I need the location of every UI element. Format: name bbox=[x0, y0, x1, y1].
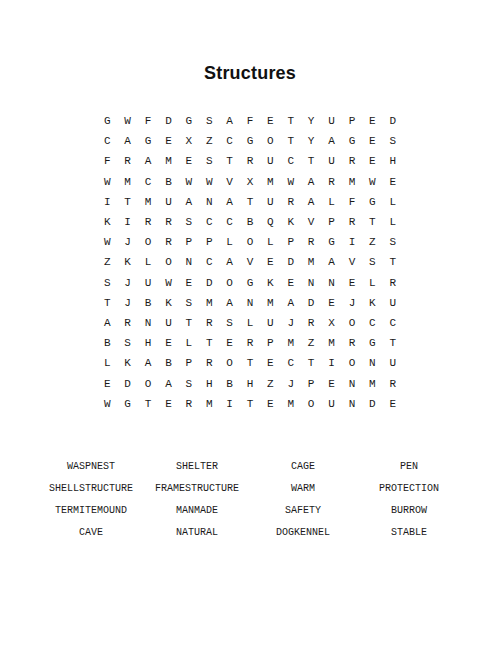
grid-cell-r3c5[interactable]: E bbox=[179, 151, 199, 171]
grid-cell-r6c13[interactable]: R bbox=[342, 212, 362, 232]
grid-cell-r13c1[interactable]: L bbox=[97, 353, 117, 373]
grid-cell-r10c6[interactable]: M bbox=[199, 293, 219, 313]
grid-cell-r11c8[interactable]: L bbox=[240, 313, 260, 333]
grid-cell-r3c2[interactable]: R bbox=[117, 151, 137, 171]
grid-cell-r12c10[interactable]: M bbox=[281, 333, 301, 353]
grid-cell-r9c4[interactable]: W bbox=[158, 273, 178, 293]
grid-cell-r2c3[interactable]: G bbox=[138, 131, 158, 151]
grid-cell-r14c7[interactable]: B bbox=[219, 373, 239, 393]
grid-cell-r11c11[interactable]: R bbox=[301, 313, 321, 333]
grid-cell-r10c8[interactable]: N bbox=[240, 293, 260, 313]
grid-cell-r9c9[interactable]: K bbox=[260, 273, 280, 293]
grid-cell-r8c15[interactable]: T bbox=[383, 252, 403, 272]
grid-cell-r13c6[interactable]: R bbox=[199, 353, 219, 373]
grid-cell-r4c6[interactable]: W bbox=[199, 172, 219, 192]
grid-cell-r15c6[interactable]: M bbox=[199, 394, 219, 414]
grid-cell-r10c12[interactable]: E bbox=[321, 293, 341, 313]
grid-cell-r6c15[interactable]: L bbox=[383, 212, 403, 232]
word-list-item: SHELTER bbox=[144, 456, 250, 478]
grid-cell-r1c13[interactable]: P bbox=[342, 111, 362, 131]
grid-cell-r8c4[interactable]: O bbox=[158, 252, 178, 272]
grid-cell-r13c7[interactable]: O bbox=[219, 353, 239, 373]
grid-cell-r13c14[interactable]: N bbox=[362, 353, 382, 373]
grid-cell-r6c4[interactable]: R bbox=[158, 212, 178, 232]
grid-cell-r8c3[interactable]: L bbox=[138, 252, 158, 272]
grid-cell-r13c11[interactable]: T bbox=[301, 353, 321, 373]
grid-cell-r1c6[interactable]: S bbox=[199, 111, 219, 131]
word-list-item: WARM bbox=[250, 478, 356, 500]
grid-cell-r1c9[interactable]: E bbox=[260, 111, 280, 131]
grid-cell-r10c3[interactable]: B bbox=[138, 293, 158, 313]
grid-cell-r9c13[interactable]: E bbox=[342, 273, 362, 293]
grid-cell-r8c5[interactable]: N bbox=[179, 252, 199, 272]
grid-cell-r12c13[interactable]: R bbox=[342, 333, 362, 353]
grid-cell-r6c10[interactable]: K bbox=[281, 212, 301, 232]
grid-cell-r5c13[interactable]: F bbox=[342, 192, 362, 212]
grid-cell-r15c2[interactable]: G bbox=[117, 394, 137, 414]
grid-cell-r13c13[interactable]: O bbox=[342, 353, 362, 373]
grid-cell-r15c4[interactable]: E bbox=[158, 394, 178, 414]
grid-cell-r6c8[interactable]: B bbox=[240, 212, 260, 232]
grid-cell-r8c11[interactable]: M bbox=[301, 252, 321, 272]
grid-cell-r11c4[interactable]: U bbox=[158, 313, 178, 333]
grid-cell-r12c8[interactable]: R bbox=[240, 333, 260, 353]
word-list: WASPNESTSHELTERCAGEPENSHELLSTRUCTUREFRAM… bbox=[38, 456, 462, 544]
grid-cell-r9c8[interactable]: G bbox=[240, 273, 260, 293]
grid-cell-r6c3[interactable]: R bbox=[138, 212, 158, 232]
grid-cell-r14c6[interactable]: H bbox=[199, 373, 219, 393]
grid-cell-r11c9[interactable]: U bbox=[260, 313, 280, 333]
word-list-item: SHELLSTRUCTURE bbox=[38, 478, 144, 500]
grid-cell-r4c9[interactable]: M bbox=[260, 172, 280, 192]
grid-cell-r10c15[interactable]: U bbox=[383, 293, 403, 313]
grid-cell-r3c11[interactable]: T bbox=[301, 151, 321, 171]
grid-cell-r2c11[interactable]: Y bbox=[301, 131, 321, 151]
grid-cell-r5c11[interactable]: A bbox=[301, 192, 321, 212]
puzzle-title: Structures bbox=[0, 0, 500, 84]
grid-cell-r1c7[interactable]: A bbox=[219, 111, 239, 131]
grid-cell-r7c2[interactable]: J bbox=[117, 232, 137, 252]
grid-cell-r8c1[interactable]: Z bbox=[97, 252, 117, 272]
grid-cell-r14c1[interactable]: E bbox=[97, 373, 117, 393]
grid-cell-r11c5[interactable]: T bbox=[179, 313, 199, 333]
grid-cell-r15c8[interactable]: T bbox=[240, 394, 260, 414]
grid-cell-r6c11[interactable]: V bbox=[301, 212, 321, 232]
grid-cell-r14c4[interactable]: A bbox=[158, 373, 178, 393]
grid-cell-r11c1[interactable]: A bbox=[97, 313, 117, 333]
word-list-item: CAGE bbox=[250, 456, 356, 478]
grid-cell-r14c5[interactable]: S bbox=[179, 373, 199, 393]
grid-cell-r13c8[interactable]: T bbox=[240, 353, 260, 373]
grid-cell-r4c10[interactable]: W bbox=[281, 172, 301, 192]
grid-cell-r12c12[interactable]: M bbox=[321, 333, 341, 353]
grid-cell-r2c15[interactable]: S bbox=[383, 131, 403, 151]
grid-cell-r3c10[interactable]: C bbox=[281, 151, 301, 171]
grid-cell-r13c5[interactable]: P bbox=[179, 353, 199, 373]
grid-cell-r5c9[interactable]: U bbox=[260, 192, 280, 212]
grid-cell-r10c1[interactable]: T bbox=[97, 293, 117, 313]
grid-cell-r2c8[interactable]: G bbox=[240, 131, 260, 151]
grid-cell-r13c10[interactable]: C bbox=[281, 353, 301, 373]
grid-cell-r10c9[interactable]: M bbox=[260, 293, 280, 313]
grid-cell-r5c6[interactable]: N bbox=[199, 192, 219, 212]
grid-cell-r15c13[interactable]: N bbox=[342, 394, 362, 414]
grid-cell-r9c15[interactable]: R bbox=[383, 273, 403, 293]
grid-cell-r10c2[interactable]: J bbox=[117, 293, 137, 313]
grid-cell-r10c13[interactable]: J bbox=[342, 293, 362, 313]
word-list-item: WASPNEST bbox=[38, 456, 144, 478]
grid-cell-r8c9[interactable]: E bbox=[260, 252, 280, 272]
grid-cell-r14c14[interactable]: M bbox=[362, 373, 382, 393]
grid-cell-r3c9[interactable]: U bbox=[260, 151, 280, 171]
grid-cell-r4c11[interactable]: A bbox=[301, 172, 321, 192]
grid-cell-r3c14[interactable]: E bbox=[362, 151, 382, 171]
grid-cell-r8c10[interactable]: D bbox=[281, 252, 301, 272]
grid-cell-r5c15[interactable]: L bbox=[383, 192, 403, 212]
grid-cell-r3c1[interactable]: F bbox=[97, 151, 117, 171]
grid-cell-r11c12[interactable]: X bbox=[321, 313, 341, 333]
grid-cell-r9c14[interactable]: L bbox=[362, 273, 382, 293]
grid-cell-r13c3[interactable]: A bbox=[138, 353, 158, 373]
grid-cell-r15c12[interactable]: U bbox=[321, 394, 341, 414]
grid-cell-r11c3[interactable]: N bbox=[138, 313, 158, 333]
grid-cell-r15c5[interactable]: R bbox=[179, 394, 199, 414]
grid-cell-r3c6[interactable]: S bbox=[199, 151, 219, 171]
grid-cell-r15c15[interactable]: E bbox=[383, 394, 403, 414]
grid-cell-r2c1[interactable]: C bbox=[97, 131, 117, 151]
grid-cell-r14c8[interactable]: H bbox=[240, 373, 260, 393]
grid-cell-r2c12[interactable]: A bbox=[321, 131, 341, 151]
grid-cell-r5c8[interactable]: T bbox=[240, 192, 260, 212]
grid-cell-r4c14[interactable]: W bbox=[362, 172, 382, 192]
grid-cell-r12c9[interactable]: P bbox=[260, 333, 280, 353]
grid-cell-r4c15[interactable]: E bbox=[383, 172, 403, 192]
grid-cell-r14c11[interactable]: P bbox=[301, 373, 321, 393]
grid-cell-r9c2[interactable]: J bbox=[117, 273, 137, 293]
grid-cell-r11c6[interactable]: R bbox=[199, 313, 219, 333]
word-list-item: NATURAL bbox=[144, 522, 250, 544]
grid-cell-r6c7[interactable]: C bbox=[219, 212, 239, 232]
grid-cell-r12c7[interactable]: E bbox=[219, 333, 239, 353]
grid-cell-r4c3[interactable]: C bbox=[138, 172, 158, 192]
grid-cell-r2c7[interactable]: C bbox=[219, 131, 239, 151]
grid-cell-r15c9[interactable]: E bbox=[260, 394, 280, 414]
grid-cell-r1c2[interactable]: W bbox=[117, 111, 137, 131]
grid-cell-r10c10[interactable]: A bbox=[281, 293, 301, 313]
grid-cell-r13c4[interactable]: B bbox=[158, 353, 178, 373]
grid-cell-r7c5[interactable]: P bbox=[179, 232, 199, 252]
grid-cell-r6c14[interactable]: T bbox=[362, 212, 382, 232]
grid-cell-r1c11[interactable]: Y bbox=[301, 111, 321, 131]
grid-cell-r9c3[interactable]: U bbox=[138, 273, 158, 293]
grid-cell-r1c4[interactable]: D bbox=[158, 111, 178, 131]
grid-cell-r6c6[interactable]: C bbox=[199, 212, 219, 232]
grid-cell-r5c2[interactable]: T bbox=[117, 192, 137, 212]
grid-cell-r4c4[interactable]: B bbox=[158, 172, 178, 192]
grid-cell-r1c10[interactable]: T bbox=[281, 111, 301, 131]
grid-cell-r5c3[interactable]: M bbox=[138, 192, 158, 212]
grid-cell-r8c13[interactable]: V bbox=[342, 252, 362, 272]
grid-cell-r8c6[interactable]: C bbox=[199, 252, 219, 272]
grid-cell-r3c4[interactable]: M bbox=[158, 151, 178, 171]
grid-cell-r7c15[interactable]: S bbox=[383, 232, 403, 252]
grid-cell-r1c1[interactable]: G bbox=[97, 111, 117, 131]
grid-cell-r7c3[interactable]: O bbox=[138, 232, 158, 252]
grid-cell-r8c12[interactable]: A bbox=[321, 252, 341, 272]
grid-cell-r12c2[interactable]: S bbox=[117, 333, 137, 353]
grid-cell-r3c3[interactable]: A bbox=[138, 151, 158, 171]
grid-cell-r12c15[interactable]: T bbox=[383, 333, 403, 353]
grid-cell-r7c8[interactable]: O bbox=[240, 232, 260, 252]
grid-cell-r1c8[interactable]: F bbox=[240, 111, 260, 131]
grid-cell-r14c9[interactable]: Z bbox=[260, 373, 280, 393]
grid-cell-r4c1[interactable]: W bbox=[97, 172, 117, 192]
grid-cell-r4c13[interactable]: M bbox=[342, 172, 362, 192]
grid-cell-r10c11[interactable]: D bbox=[301, 293, 321, 313]
grid-cell-r5c7[interactable]: A bbox=[219, 192, 239, 212]
word-list-item: PEN bbox=[356, 456, 462, 478]
grid-cell-r1c14[interactable]: E bbox=[362, 111, 382, 131]
grid-cell-r4c7[interactable]: V bbox=[219, 172, 239, 192]
grid-cell-r9c11[interactable]: N bbox=[301, 273, 321, 293]
grid-cell-r14c10[interactable]: J bbox=[281, 373, 301, 393]
grid-cell-r1c5[interactable]: G bbox=[179, 111, 199, 131]
grid-cell-r5c12[interactable]: L bbox=[321, 192, 341, 212]
grid-cell-r15c3[interactable]: T bbox=[138, 394, 158, 414]
grid-cell-r12c14[interactable]: G bbox=[362, 333, 382, 353]
grid-cell-r9c12[interactable]: N bbox=[321, 273, 341, 293]
grid-cell-r7c12[interactable]: G bbox=[321, 232, 341, 252]
grid-cell-r9c10[interactable]: E bbox=[281, 273, 301, 293]
grid-cell-r1c12[interactable]: U bbox=[321, 111, 341, 131]
grid-cell-r13c12[interactable]: I bbox=[321, 353, 341, 373]
grid-cell-r8c8[interactable]: V bbox=[240, 252, 260, 272]
grid-cell-r5c10[interactable]: R bbox=[281, 192, 301, 212]
grid-cell-r14c13[interactable]: N bbox=[342, 373, 362, 393]
grid-cell-r9c1[interactable]: S bbox=[97, 273, 117, 293]
grid-cell-r13c15[interactable]: U bbox=[383, 353, 403, 373]
grid-cell-r11c2[interactable]: R bbox=[117, 313, 137, 333]
grid-cell-r14c12[interactable]: E bbox=[321, 373, 341, 393]
word-list-item: PROTECTION bbox=[356, 478, 462, 500]
grid-cell-r1c3[interactable]: F bbox=[138, 111, 158, 131]
grid-cell-r13c2[interactable]: K bbox=[117, 353, 137, 373]
grid-cell-r7c10[interactable]: P bbox=[281, 232, 301, 252]
grid-cell-r15c10[interactable]: M bbox=[281, 394, 301, 414]
grid-cell-r11c10[interactable]: J bbox=[281, 313, 301, 333]
grid-cell-r7c7[interactable]: L bbox=[219, 232, 239, 252]
grid-cell-r6c12[interactable]: P bbox=[321, 212, 341, 232]
grid-cell-r9c6[interactable]: D bbox=[199, 273, 219, 293]
word-search-grid: GWFDGSAFETYUPEDCAGEXZCGOTYAGESFRAMESTRUC… bbox=[0, 111, 500, 414]
grid-cell-r9c7[interactable]: O bbox=[219, 273, 239, 293]
grid-cell-r11c14[interactable]: C bbox=[362, 313, 382, 333]
word-list-item: DOGKENNEL bbox=[250, 522, 356, 544]
grid-cell-r7c11[interactable]: R bbox=[301, 232, 321, 252]
word-list-item: BURROW bbox=[356, 500, 462, 522]
grid-cell-r3c13[interactable]: R bbox=[342, 151, 362, 171]
grid-cell-r7c14[interactable]: Z bbox=[362, 232, 382, 252]
grid-cell-r1c15[interactable]: D bbox=[383, 111, 403, 131]
word-list-item: FRAMESTRUCTURE bbox=[144, 478, 250, 500]
grid-cell-r11c7[interactable]: S bbox=[219, 313, 239, 333]
grid-cell-r12c1[interactable]: B bbox=[97, 333, 117, 353]
grid-cell-r3c8[interactable]: R bbox=[240, 151, 260, 171]
grid-cell-r7c6[interactable]: P bbox=[199, 232, 219, 252]
grid-cell-r2c5[interactable]: X bbox=[179, 131, 199, 151]
grid-cell-r12c11[interactable]: Z bbox=[301, 333, 321, 353]
grid-cell-r10c5[interactable]: S bbox=[179, 293, 199, 313]
grid-cell-r12c5[interactable]: L bbox=[179, 333, 199, 353]
grid-cell-r8c14[interactable]: S bbox=[362, 252, 382, 272]
grid-cell-r15c7[interactable]: I bbox=[219, 394, 239, 414]
grid-cell-r8c7[interactable]: A bbox=[219, 252, 239, 272]
word-list-item: SAFETY bbox=[250, 500, 356, 522]
word-list-item: MANMADE bbox=[144, 500, 250, 522]
grid-cell-r6c1[interactable]: K bbox=[97, 212, 117, 232]
grid-cell-r4c12[interactable]: R bbox=[321, 172, 341, 192]
grid-cell-r2c2[interactable]: A bbox=[117, 131, 137, 151]
grid-cell-r7c4[interactable]: R bbox=[158, 232, 178, 252]
grid-cell-r8c2[interactable]: K bbox=[117, 252, 137, 272]
grid-cell-r10c14[interactable]: K bbox=[362, 293, 382, 313]
grid-cell-r10c7[interactable]: A bbox=[219, 293, 239, 313]
grid-cell-r4c5[interactable]: W bbox=[179, 172, 199, 192]
grid-cell-r6c2[interactable]: I bbox=[117, 212, 137, 232]
grid-cell-r12c4[interactable]: E bbox=[158, 333, 178, 353]
puzzle-page: Structures GWFDGSAFETYUPEDCAGEXZCGOTYAGE… bbox=[0, 0, 500, 647]
grid-cell-r2c13[interactable]: G bbox=[342, 131, 362, 151]
grid-cell-r5c1[interactable]: I bbox=[97, 192, 117, 212]
grid-cell-r3c7[interactable]: T bbox=[219, 151, 239, 171]
grid-cell-r7c9[interactable]: L bbox=[260, 232, 280, 252]
grid-cell-r13c9[interactable]: E bbox=[260, 353, 280, 373]
grid-cell-r5c4[interactable]: U bbox=[158, 192, 178, 212]
word-list-item: CAVE bbox=[38, 522, 144, 544]
grid-cell-r15c11[interactable]: O bbox=[301, 394, 321, 414]
grid-cell-r2c4[interactable]: E bbox=[158, 131, 178, 151]
word-list-item: STABLE bbox=[356, 522, 462, 544]
grid-cell-r11c13[interactable]: O bbox=[342, 313, 362, 333]
grid-cell-r5c5[interactable]: A bbox=[179, 192, 199, 212]
grid-cell-r11c15[interactable]: C bbox=[383, 313, 403, 333]
grid-cell-r2c6[interactable]: Z bbox=[199, 131, 219, 151]
grid-cell-r2c14[interactable]: E bbox=[362, 131, 382, 151]
grid-cell-r5c14[interactable]: G bbox=[362, 192, 382, 212]
grid-cell-r4c2[interactable]: M bbox=[117, 172, 137, 192]
grid-cell-r4c8[interactable]: X bbox=[240, 172, 260, 192]
grid-cell-r14c15[interactable]: R bbox=[383, 373, 403, 393]
grid-cell-r12c6[interactable]: T bbox=[199, 333, 219, 353]
grid-cell-r6c9[interactable]: Q bbox=[260, 212, 280, 232]
grid-cell-r3c12[interactable]: U bbox=[321, 151, 341, 171]
grid-cell-r7c1[interactable]: W bbox=[97, 232, 117, 252]
grid-cell-r10c4[interactable]: K bbox=[158, 293, 178, 313]
grid-cell-r14c2[interactable]: D bbox=[117, 373, 137, 393]
grid-cell-r12c3[interactable]: H bbox=[138, 333, 158, 353]
grid-cell-r9c5[interactable]: E bbox=[179, 273, 199, 293]
word-list-item: TERMITEMOUND bbox=[38, 500, 144, 522]
grid-cell-r15c14[interactable]: D bbox=[362, 394, 382, 414]
grid-cell-r3c15[interactable]: H bbox=[383, 151, 403, 171]
grid-cell-r7c13[interactable]: I bbox=[342, 232, 362, 252]
grid-cell-r15c1[interactable]: W bbox=[97, 394, 117, 414]
grid-cell-r6c5[interactable]: S bbox=[179, 212, 199, 232]
grid-cell-r2c9[interactable]: O bbox=[260, 131, 280, 151]
grid-cell-r2c10[interactable]: T bbox=[281, 131, 301, 151]
grid-cell-r14c3[interactable]: O bbox=[138, 373, 158, 393]
